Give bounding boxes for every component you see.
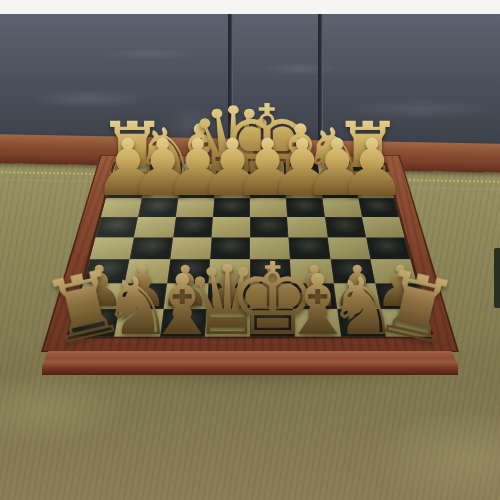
- piece-black-pawn-h7[interactable]: ♟: [337, 129, 408, 208]
- right-edge-object: [494, 248, 500, 308]
- square-a5[interactable]: [95, 217, 138, 237]
- square-d5[interactable]: [211, 217, 250, 237]
- photo-top-border: [0, 0, 500, 14]
- square-h5[interactable]: [362, 217, 405, 237]
- square-f5[interactable]: [287, 217, 327, 237]
- square-c5[interactable]: [173, 217, 213, 237]
- photo-of-brass-chess-set: ♜♞♝♛♚♝♞♜♟♟♟♟♟♟♟♟♟♟♟♟♟♟♟♟♜♞♝♛♚♝♞♜: [0, 0, 500, 500]
- square-b5[interactable]: [134, 217, 175, 237]
- square-g5[interactable]: [325, 217, 366, 237]
- square-e5[interactable]: [250, 217, 289, 237]
